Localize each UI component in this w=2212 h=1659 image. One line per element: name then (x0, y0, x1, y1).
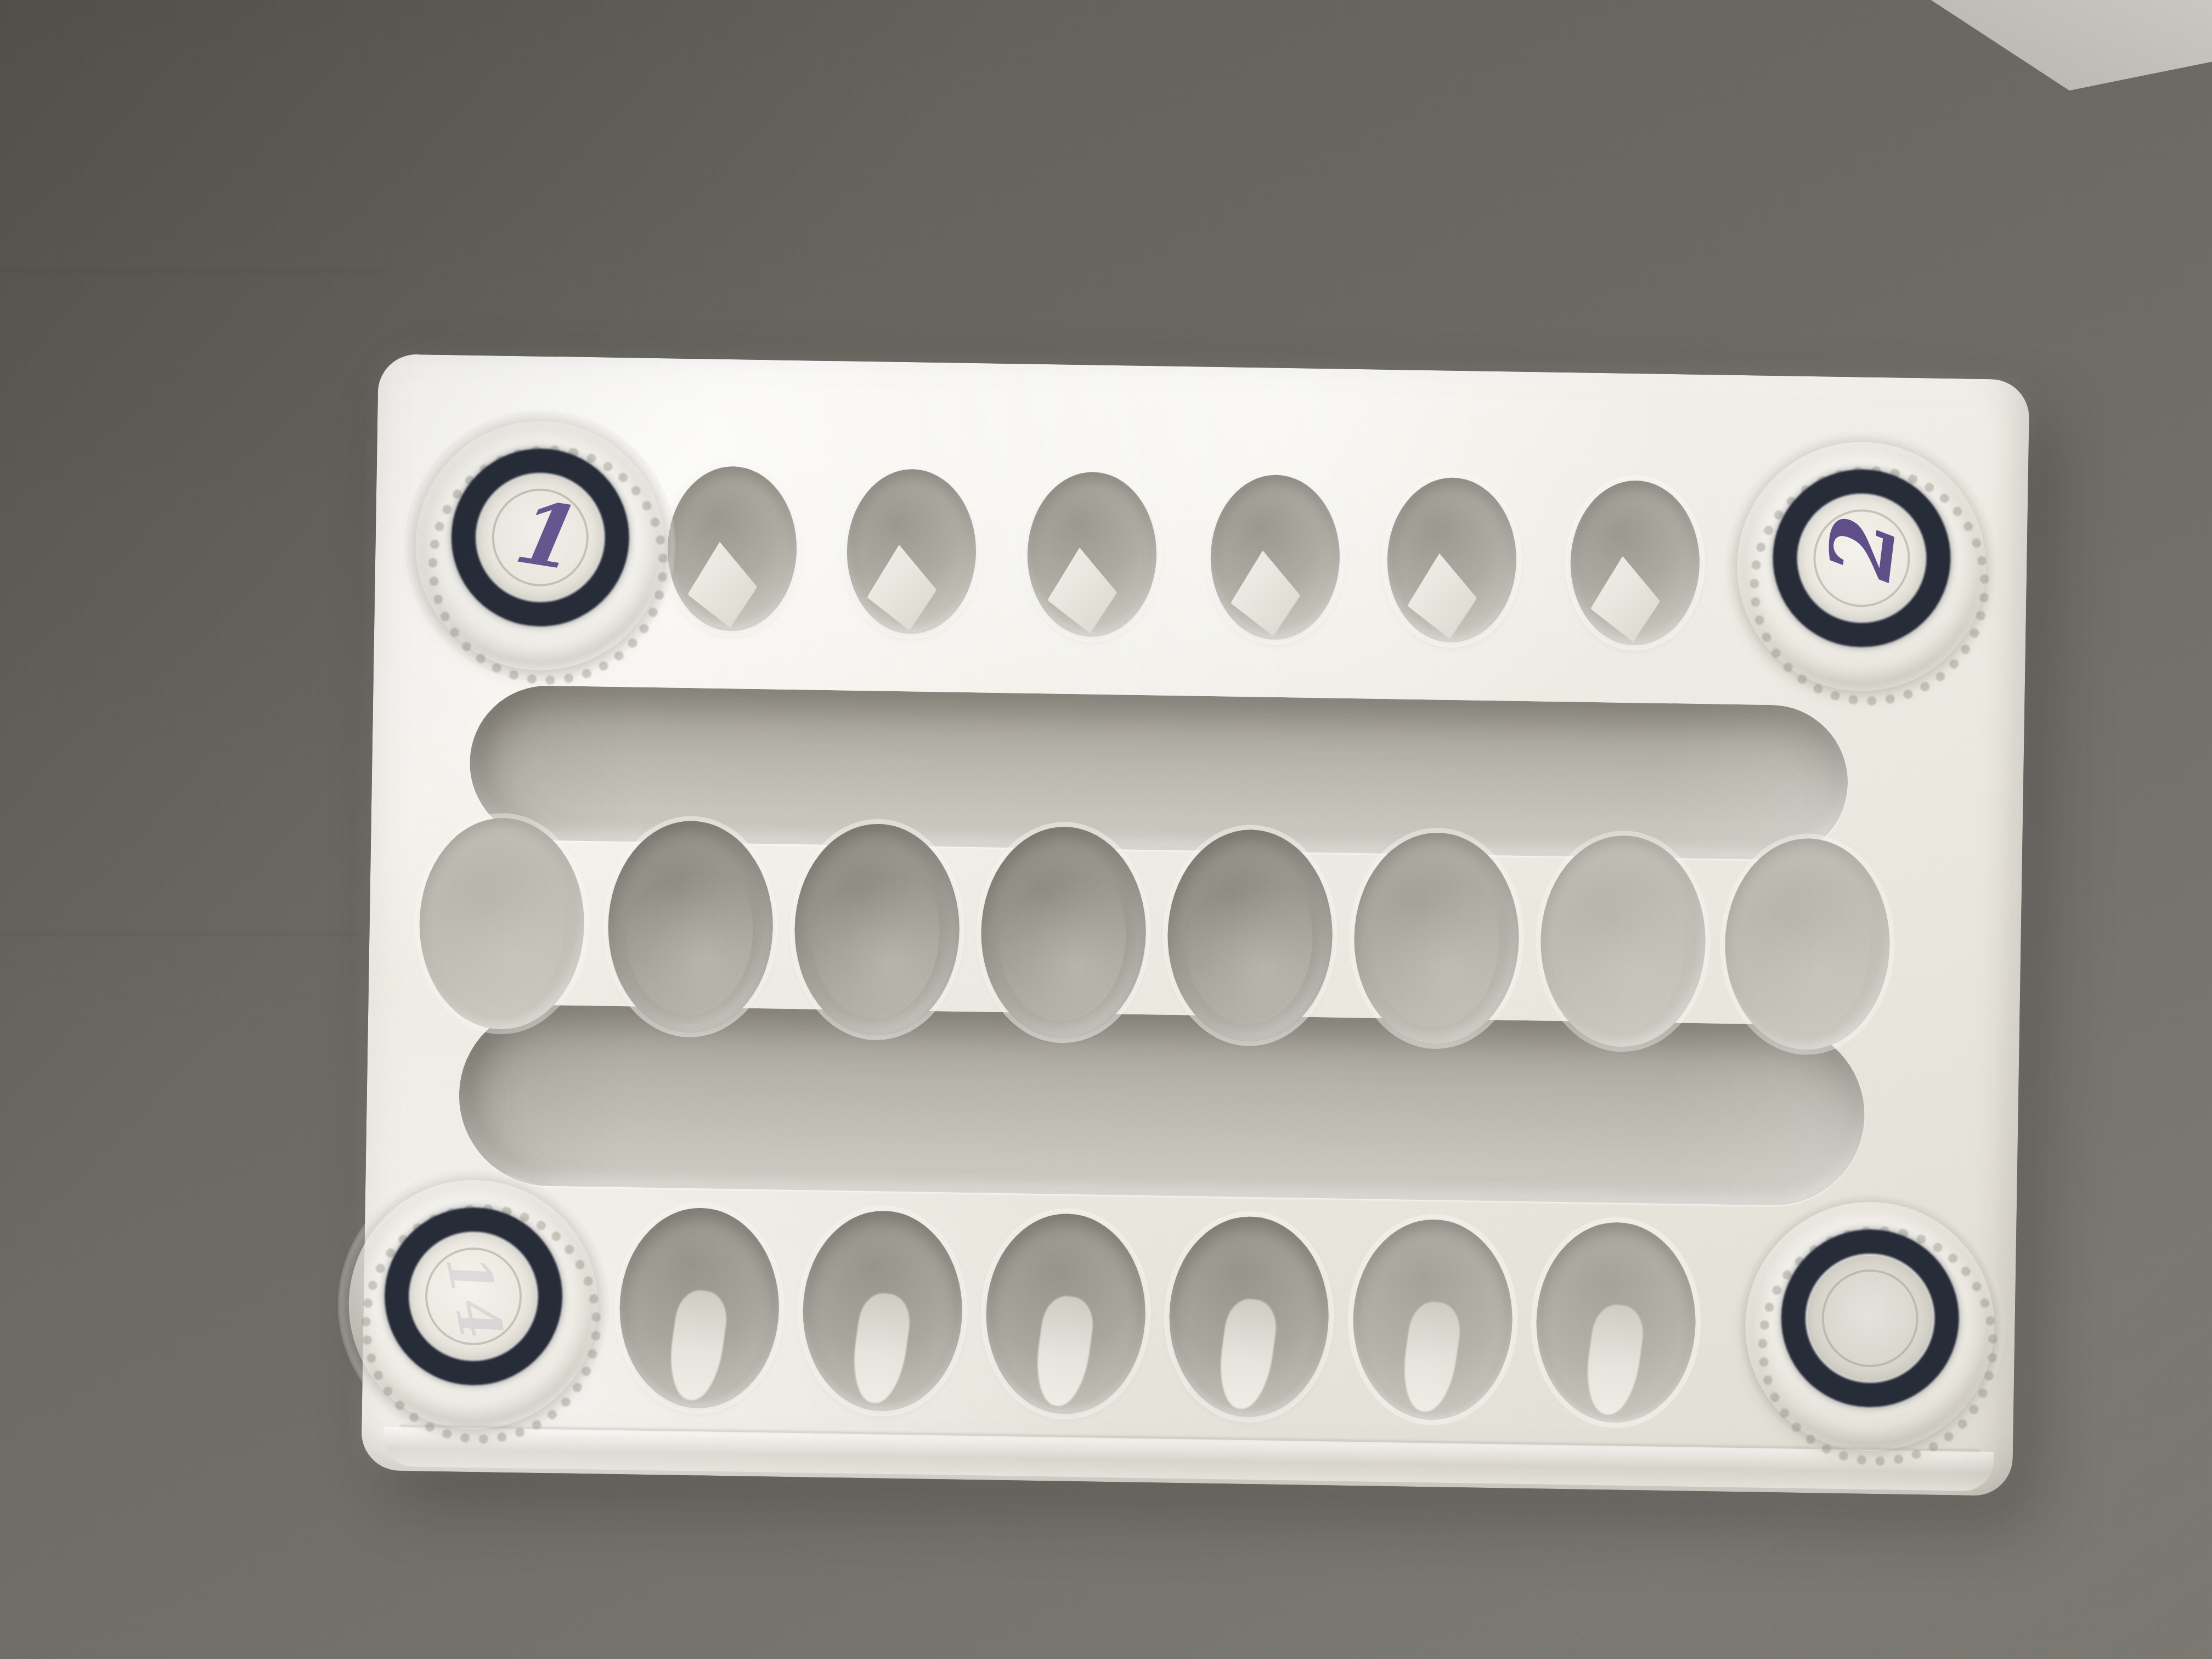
well (418, 817, 586, 1031)
well (1352, 832, 1520, 1046)
lab-bench-photo: 1 2 14 (0, 0, 2212, 1659)
tube-2-label: 2 (1815, 520, 1909, 590)
tube-rack: 1 2 14 (361, 354, 2030, 1496)
well (1166, 828, 1334, 1042)
well (1352, 1218, 1514, 1421)
paper-corner (1927, 0, 2212, 137)
well (980, 826, 1148, 1040)
well (846, 468, 978, 635)
well (1539, 834, 1707, 1048)
wells-layer (379, 354, 2030, 380)
well (1535, 1221, 1697, 1424)
well (1386, 477, 1517, 644)
tube-3-label: 14 (437, 1245, 510, 1343)
well (802, 1210, 964, 1413)
well (1569, 479, 1701, 646)
well (1026, 471, 1158, 638)
tube-3: 14 (342, 1173, 604, 1435)
well (793, 823, 961, 1037)
tube-1: 1 (409, 415, 671, 676)
well (1168, 1215, 1330, 1418)
well (1210, 474, 1341, 641)
tube-4 (1739, 1195, 2001, 1457)
bench-seam (0, 933, 362, 935)
well (607, 820, 775, 1034)
well (618, 1207, 781, 1410)
tube-2: 2 (1731, 436, 1993, 697)
well (1723, 837, 1891, 1051)
bench-seam (0, 270, 384, 272)
well (985, 1212, 1147, 1415)
well (667, 465, 798, 632)
